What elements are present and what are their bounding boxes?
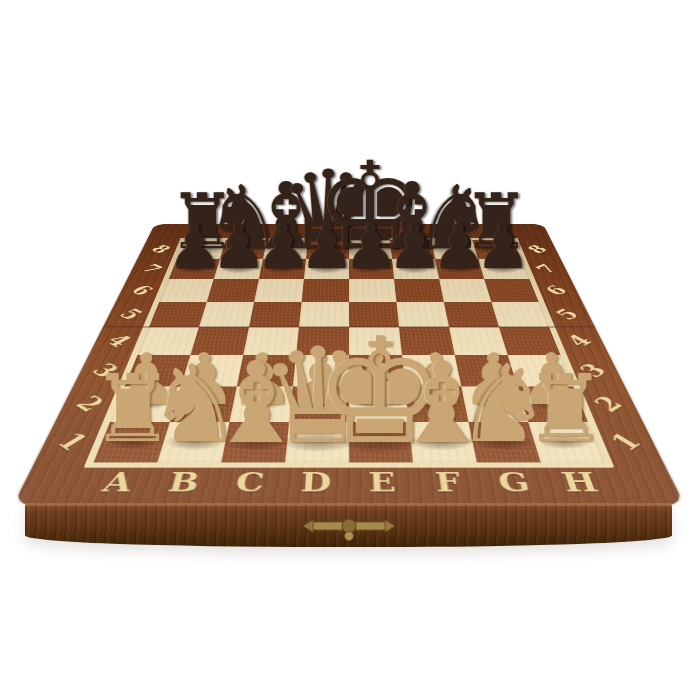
file-label-b: B xyxy=(145,465,221,502)
rank-label-right-4: 4 xyxy=(561,331,598,350)
rank-label-right-2: 2 xyxy=(587,392,629,417)
chess-board: ABCDEFGH 87654321 87654321 xyxy=(13,224,685,505)
rank-label-left-6: 6 xyxy=(125,283,158,299)
file-label-a: A xyxy=(77,465,156,502)
file-label-g: G xyxy=(477,465,553,502)
rank-label-left-2: 2 xyxy=(69,392,111,417)
file-label-f: F xyxy=(413,465,485,502)
rank-label-right-1: 1 xyxy=(603,428,648,456)
rank-label-right-6: 6 xyxy=(540,283,573,299)
file-label-e: E xyxy=(349,465,417,502)
file-label-h: H xyxy=(541,465,620,502)
chess-set-photo: ABCDEFGH 87654321 87654321 ♜♞♝♛♚♝♞♜♟♟♟♟♟… xyxy=(0,0,700,700)
rank-label-left-1: 1 xyxy=(50,428,95,456)
brass-latch-icon xyxy=(299,515,399,545)
box-side xyxy=(25,503,672,547)
rank-label-right-7: 7 xyxy=(531,262,562,276)
rank-label-left-8: 8 xyxy=(146,243,176,256)
rank-label-right-3: 3 xyxy=(573,360,612,382)
rank-label-left-3: 3 xyxy=(85,360,124,382)
rank-label-right-8: 8 xyxy=(522,243,552,256)
file-label-c: C xyxy=(213,465,285,502)
file-label-d: D xyxy=(281,465,349,502)
file-labels: ABCDEFGH xyxy=(77,465,621,502)
rank-label-right-5: 5 xyxy=(550,306,585,323)
rank-label-left-7: 7 xyxy=(136,262,167,276)
rank-label-left-4: 4 xyxy=(100,331,137,350)
rank-label-left-5: 5 xyxy=(113,306,148,323)
